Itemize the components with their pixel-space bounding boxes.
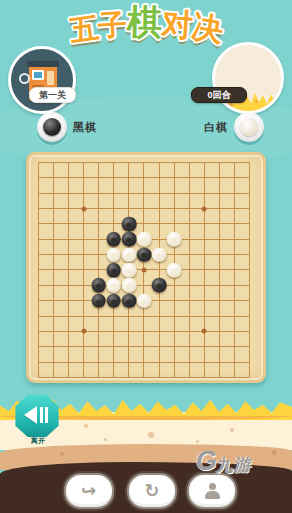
gomoku-app: 五 子 棋 对 决 第一关 0回合 黑棋 白棋 ●●●●●●●●●●●●●●●●… xyxy=(0,0,292,513)
white-stone: ● xyxy=(107,278,122,293)
white-stone: ● xyxy=(137,293,152,308)
share-arrow-icon: ↪ xyxy=(80,479,98,503)
star-point xyxy=(202,206,207,211)
9game-logo-text: 九游 xyxy=(215,453,254,477)
person-icon xyxy=(204,483,220,499)
star-point xyxy=(141,267,146,272)
black-player-label: 黑棋 xyxy=(73,120,97,135)
white-stone-chip xyxy=(234,112,264,142)
round-counter-badge: 0回合 xyxy=(191,87,247,103)
white-stone: ● xyxy=(167,263,182,278)
gomoku-board: ●●●●●●●●●●●●●●●●●●●● xyxy=(26,152,266,383)
black-stone: ● xyxy=(107,232,122,247)
white-stone: ● xyxy=(122,263,137,278)
black-stone: ● xyxy=(122,293,137,308)
white-stone-icon xyxy=(240,118,258,136)
black-stone: ● xyxy=(91,278,106,293)
leave-button-octagon xyxy=(14,394,60,438)
restart-button[interactable]: ↻ xyxy=(127,473,177,509)
black-stone: ● xyxy=(107,263,122,278)
profile-button[interactable] xyxy=(187,473,237,509)
black-stone: ● xyxy=(137,247,152,262)
sand-dot xyxy=(104,438,107,441)
leave-button[interactable]: 离开 xyxy=(12,394,64,446)
page-title: 五 子 棋 对 决 xyxy=(0,4,292,39)
white-stone: ● xyxy=(152,247,167,262)
9game-logo-mark: G xyxy=(195,448,219,473)
sand-dot xyxy=(84,424,88,428)
black-stone: ● xyxy=(91,293,106,308)
star-point xyxy=(81,206,86,211)
tan-dot xyxy=(60,452,64,456)
back-arrow-bar xyxy=(40,407,43,423)
black-stone: ● xyxy=(122,232,137,247)
back-arrow-icon xyxy=(24,406,37,424)
black-stone: ● xyxy=(107,293,122,308)
opponent-avatar xyxy=(212,42,284,114)
black-stone: ● xyxy=(152,278,167,293)
sand-dot xyxy=(196,440,199,443)
sand-dot xyxy=(230,428,234,432)
title-char: 棋 xyxy=(126,4,162,40)
board-grid[interactable]: ●●●●●●●●●●●●●●●●●●●● xyxy=(38,162,250,378)
title-char: 对 xyxy=(160,8,193,41)
key-icon xyxy=(19,73,30,84)
back-arrow-bar xyxy=(45,407,48,423)
9game-watermark: G 九游 xyxy=(194,447,254,478)
sand-dot xyxy=(148,432,154,438)
black-stone-chip xyxy=(37,112,67,142)
white-stone: ● xyxy=(122,278,137,293)
white-stone: ● xyxy=(107,247,122,262)
title-char: 子 xyxy=(97,10,128,41)
black-stone-icon xyxy=(43,118,61,136)
white-stone: ● xyxy=(122,247,137,262)
black-stone: ● xyxy=(122,217,137,232)
title-char: 五 xyxy=(67,13,100,46)
white-player-label: 白棋 xyxy=(204,120,228,135)
level-avatar xyxy=(8,46,76,114)
leave-button-label: 离开 xyxy=(12,436,64,446)
title-char: 决 xyxy=(189,11,224,46)
level-badge: 第一关 xyxy=(29,87,76,103)
star-point xyxy=(81,329,86,334)
white-stone: ● xyxy=(137,232,152,247)
share-button[interactable]: ↪ xyxy=(64,473,114,509)
tan-dot xyxy=(272,450,277,455)
white-stone: ● xyxy=(167,232,182,247)
restart-icon: ↻ xyxy=(144,480,159,502)
star-point xyxy=(202,329,207,334)
